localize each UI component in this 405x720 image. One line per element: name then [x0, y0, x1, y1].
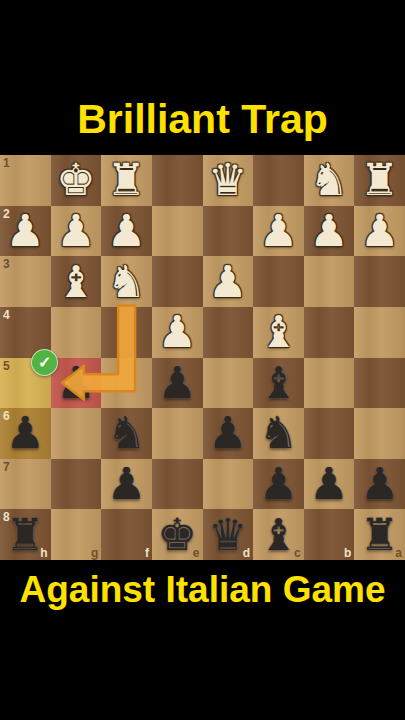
rank-label-5: 5 — [3, 359, 10, 373]
square-b7[interactable]: ♟ — [304, 459, 355, 510]
square-f6[interactable]: ♞ — [101, 408, 152, 459]
piece-white-pawn[interactable]: ♟ — [0, 206, 51, 257]
square-e4[interactable]: ♟ — [152, 307, 203, 358]
piece-black-bishop[interactable]: ♝ — [253, 358, 304, 409]
square-d4[interactable] — [203, 307, 254, 358]
piece-white-pawn[interactable]: ♟ — [203, 256, 254, 307]
square-g4[interactable] — [51, 307, 102, 358]
piece-black-rook[interactable]: ♜ — [0, 509, 51, 560]
square-a4[interactable] — [354, 307, 405, 358]
square-c2[interactable]: ♟ — [253, 206, 304, 257]
piece-black-king[interactable]: ♚ — [152, 509, 203, 560]
square-e3[interactable] — [152, 256, 203, 307]
square-e2[interactable] — [152, 206, 203, 257]
square-d6[interactable]: ♟ — [203, 408, 254, 459]
piece-white-rook[interactable]: ♜ — [354, 155, 405, 206]
square-c4[interactable]: ♝ — [253, 307, 304, 358]
piece-white-queen[interactable]: ♛ — [203, 155, 254, 206]
square-g8[interactable]: g — [51, 509, 102, 560]
square-b5[interactable] — [304, 358, 355, 409]
square-e6[interactable] — [152, 408, 203, 459]
square-a1[interactable]: ♜ — [354, 155, 405, 206]
best-move-badge: ✓ — [31, 349, 58, 376]
rank-label-7: 7 — [3, 460, 10, 474]
square-c6[interactable]: ♞ — [253, 408, 304, 459]
square-a6[interactable] — [354, 408, 405, 459]
piece-black-pawn[interactable]: ♟ — [253, 459, 304, 510]
square-d2[interactable] — [203, 206, 254, 257]
square-c3[interactable] — [253, 256, 304, 307]
top-title: Brilliant Trap — [0, 94, 405, 144]
piece-white-rook[interactable]: ♜ — [101, 155, 152, 206]
square-a2[interactable]: ♟ — [354, 206, 405, 257]
piece-black-rook[interactable]: ♜ — [354, 509, 405, 560]
square-f1[interactable]: ♜ — [101, 155, 152, 206]
square-h7[interactable]: 7 — [0, 459, 51, 510]
square-b6[interactable] — [304, 408, 355, 459]
rank-label-3: 3 — [3, 257, 10, 271]
square-g6[interactable] — [51, 408, 102, 459]
square-f8[interactable]: f — [101, 509, 152, 560]
square-e1[interactable] — [152, 155, 203, 206]
rank-label-4: 4 — [3, 308, 10, 322]
square-b1[interactable]: ♞ — [304, 155, 355, 206]
square-d5[interactable] — [203, 358, 254, 409]
square-f4[interactable] — [101, 307, 152, 358]
square-d7[interactable] — [203, 459, 254, 510]
file-label-g: g — [91, 546, 98, 560]
square-d8[interactable]: d♛ — [203, 509, 254, 560]
square-d3[interactable]: ♟ — [203, 256, 254, 307]
square-a3[interactable] — [354, 256, 405, 307]
square-e7[interactable] — [152, 459, 203, 510]
square-e8[interactable]: e♚ — [152, 509, 203, 560]
page: Brilliant Trap ✓ 1♚♜♛♞♜2♟♟♟♟♟♟3♝♞♟4♟♝5♟♟… — [0, 0, 405, 720]
square-c5[interactable]: ♝ — [253, 358, 304, 409]
square-c7[interactable]: ♟ — [253, 459, 304, 510]
square-g5[interactable]: ♟ — [51, 358, 102, 409]
piece-black-pawn[interactable]: ♟ — [354, 459, 405, 510]
square-h2[interactable]: 2♟ — [0, 206, 51, 257]
piece-white-pawn[interactable]: ♟ — [152, 307, 203, 358]
piece-white-knight[interactable]: ♞ — [304, 155, 355, 206]
square-b3[interactable] — [304, 256, 355, 307]
piece-white-pawn[interactable]: ♟ — [101, 206, 152, 257]
piece-black-knight[interactable]: ♞ — [101, 408, 152, 459]
piece-black-pawn[interactable]: ♟ — [0, 408, 51, 459]
piece-white-pawn[interactable]: ♟ — [304, 206, 355, 257]
piece-black-pawn[interactable]: ♟ — [152, 358, 203, 409]
piece-white-king[interactable]: ♚ — [51, 155, 102, 206]
piece-white-pawn[interactable]: ♟ — [354, 206, 405, 257]
square-b4[interactable] — [304, 307, 355, 358]
square-d1[interactable]: ♛ — [203, 155, 254, 206]
square-f5[interactable] — [101, 358, 152, 409]
piece-black-bishop[interactable]: ♝ — [253, 509, 304, 560]
piece-white-bishop[interactable]: ♝ — [51, 256, 102, 307]
piece-black-pawn[interactable]: ♟ — [101, 459, 152, 510]
square-h1[interactable]: 1 — [0, 155, 51, 206]
piece-black-pawn[interactable]: ♟ — [51, 358, 102, 409]
file-label-f: f — [145, 546, 149, 560]
square-g7[interactable] — [51, 459, 102, 510]
square-g1[interactable]: ♚ — [51, 155, 102, 206]
square-c8[interactable]: c♝ — [253, 509, 304, 560]
bottom-title: Against Italian Game — [0, 566, 405, 614]
piece-white-pawn[interactable]: ♟ — [253, 206, 304, 257]
rank-label-1: 1 — [3, 156, 10, 170]
square-f3[interactable]: ♞ — [101, 256, 152, 307]
square-h8[interactable]: 8h♜ — [0, 509, 51, 560]
chess-board: ✓ 1♚♜♛♞♜2♟♟♟♟♟♟3♝♞♟4♟♝5♟♟♝6♟♞♟♞7♟♟♟♟8h♜g… — [0, 155, 405, 560]
square-g3[interactable]: ♝ — [51, 256, 102, 307]
piece-black-pawn[interactable]: ♟ — [304, 459, 355, 510]
square-f7[interactable]: ♟ — [101, 459, 152, 510]
square-b8[interactable]: b — [304, 509, 355, 560]
piece-white-pawn[interactable]: ♟ — [51, 206, 102, 257]
square-h3[interactable]: 3 — [0, 256, 51, 307]
square-c1[interactable] — [253, 155, 304, 206]
piece-white-bishop[interactable]: ♝ — [253, 307, 304, 358]
piece-white-knight[interactable]: ♞ — [101, 256, 152, 307]
square-a8[interactable]: a♜ — [354, 509, 405, 560]
piece-black-queen[interactable]: ♛ — [203, 509, 254, 560]
square-g2[interactable]: ♟ — [51, 206, 102, 257]
square-h6[interactable]: 6♟ — [0, 408, 51, 459]
square-b2[interactable]: ♟ — [304, 206, 355, 257]
square-a5[interactable] — [354, 358, 405, 409]
square-f2[interactable]: ♟ — [101, 206, 152, 257]
check-icon: ✓ — [38, 355, 51, 371]
file-label-b: b — [344, 546, 351, 560]
piece-black-knight[interactable]: ♞ — [253, 408, 304, 459]
piece-black-pawn[interactable]: ♟ — [203, 408, 254, 459]
square-a7[interactable]: ♟ — [354, 459, 405, 510]
square-e5[interactable]: ♟ — [152, 358, 203, 409]
